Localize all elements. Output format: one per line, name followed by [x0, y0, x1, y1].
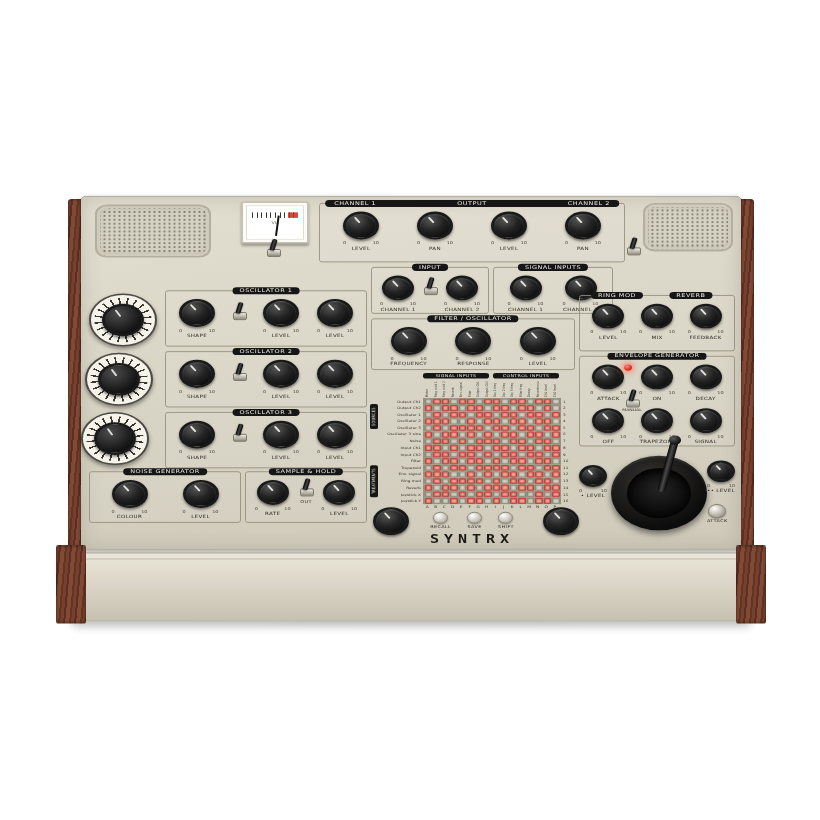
- matrix-cell-A16[interactable]: [425, 498, 433, 504]
- matrix-cell-K12[interactable]: [510, 471, 518, 477]
- matrix-cell-B12[interactable]: [433, 471, 441, 477]
- signal_inputs-channel-1-knob[interactable]: 010CHANNEL 1: [508, 276, 544, 312]
- matrix-cell-K9[interactable]: [510, 451, 518, 457]
- save-button[interactable]: SAVE: [467, 512, 482, 529]
- matrix-cell-C4[interactable]: [442, 418, 450, 424]
- matrix-cell-C5[interactable]: [442, 425, 450, 431]
- matrix-cell-M4[interactable]: [527, 418, 535, 424]
- matrix-cell-I13[interactable]: [493, 478, 501, 484]
- matrix-cell-O8[interactable]: [544, 445, 552, 451]
- matrix-cell-C13[interactable]: [442, 478, 450, 484]
- matrix-cell-J1[interactable]: [501, 398, 509, 404]
- matrix-cell-B3[interactable]: [433, 412, 441, 418]
- matrix-cell-C15[interactable]: [442, 491, 450, 497]
- matrix-cell-D10[interactable]: [450, 458, 458, 464]
- osc1-shape-knob[interactable]: 010SHAPE: [179, 299, 215, 338]
- noise-colour-knob[interactable]: 010COLOUR: [112, 480, 148, 519]
- matrix-cell-A1[interactable]: [425, 398, 433, 404]
- matrix-cell-K3[interactable]: [510, 412, 518, 418]
- matrix-cell-O3[interactable]: [544, 412, 552, 418]
- matrix-cell-O14[interactable]: [544, 485, 552, 491]
- matrix-cell-N6[interactable]: [535, 432, 543, 438]
- matrix-cell-P9[interactable]: [552, 451, 560, 457]
- matrix-cell-F13[interactable]: [467, 478, 475, 484]
- matrix-cell-E7[interactable]: [459, 438, 467, 444]
- matrix-cell-F6[interactable]: [467, 432, 475, 438]
- matrix-cell-L16[interactable]: [518, 498, 526, 504]
- matrix-cell-G7[interactable]: [476, 438, 484, 444]
- reverb-mix-knob[interactable]: 010MIX: [639, 304, 675, 340]
- matrix-cell-I5[interactable]: [493, 425, 501, 431]
- matrix-cell-L6[interactable]: [518, 432, 526, 438]
- matrix-cell-M5[interactable]: [527, 425, 535, 431]
- matrix-cell-N15[interactable]: [535, 491, 543, 497]
- matrix-cell-J13[interactable]: [501, 478, 509, 484]
- matrix-cell-P14[interactable]: [552, 485, 560, 491]
- matrix-cell-E2[interactable]: [459, 405, 467, 411]
- matrix-cell-O4[interactable]: [544, 418, 552, 424]
- matrix-cell-B10[interactable]: [433, 458, 441, 464]
- matrix-cell-I10[interactable]: [493, 458, 501, 464]
- matrix-cell-E12[interactable]: [459, 471, 467, 477]
- matrix-cell-O2[interactable]: [544, 405, 552, 411]
- matrix-cell-E6[interactable]: [459, 432, 467, 438]
- matrix-cell-F4[interactable]: [467, 418, 475, 424]
- matrix-cell-D5[interactable]: [450, 425, 458, 431]
- matrix-cell-C11[interactable]: [442, 465, 450, 471]
- matrix-cell-K8[interactable]: [510, 445, 518, 451]
- matrix-cell-A6[interactable]: [425, 432, 433, 438]
- matrix-cell-A13[interactable]: [425, 478, 433, 484]
- matrix-cell-H1[interactable]: [484, 398, 492, 404]
- osc2-level-knob[interactable]: 010LEVEL: [263, 360, 299, 399]
- output-pan-knob[interactable]: 010PAN: [417, 212, 453, 251]
- matrix-cell-P3[interactable]: [552, 412, 560, 418]
- osc1-level-knob[interactable]: 010LEVEL: [263, 299, 299, 338]
- matrix-cell-D11[interactable]: [450, 465, 458, 471]
- matrix-cell-N2[interactable]: [535, 405, 543, 411]
- matrix-cell-E14[interactable]: [459, 485, 467, 491]
- matrix-cell-L3[interactable]: [518, 412, 526, 418]
- shift-button[interactable]: SHIFT: [498, 512, 514, 529]
- matrix-cell-O11[interactable]: [544, 465, 552, 471]
- envelope-attack-knob[interactable]: 010ATTACK: [590, 364, 626, 400]
- matrix-cell-J4[interactable]: [501, 418, 509, 424]
- matrix-cell-A12[interactable]: [425, 471, 433, 477]
- matrix-cell-E5[interactable]: [459, 425, 467, 431]
- matrix-cell-N7[interactable]: [535, 438, 543, 444]
- matrix-cell-H5[interactable]: [484, 425, 492, 431]
- matrix-cell-K14[interactable]: [510, 485, 518, 491]
- matrix-cell-E16[interactable]: [459, 498, 467, 504]
- matrix-cell-C6[interactable]: [442, 432, 450, 438]
- matrix-cell-A15[interactable]: [425, 491, 433, 497]
- matrix-cell-P7[interactable]: [552, 438, 560, 444]
- matrix-cell-N14[interactable]: [535, 485, 543, 491]
- matrix-cell-B2[interactable]: [433, 405, 441, 411]
- matrix-cell-M9[interactable]: [527, 451, 535, 457]
- matrix-cell-B13[interactable]: [433, 478, 441, 484]
- matrix-cell-P4[interactable]: [552, 418, 560, 424]
- matrix-cell-I1[interactable]: [493, 398, 501, 404]
- input-mode-toggle[interactable]: [424, 280, 436, 296]
- oscillator-1-frequency-dial[interactable]: [89, 294, 157, 347]
- envelope-decay-knob[interactable]: 010DECAY: [688, 364, 724, 400]
- output-level-knob[interactable]: 010LEVEL: [491, 212, 527, 251]
- matrix-cell-J5[interactable]: [501, 425, 509, 431]
- matrix-cell-I3[interactable]: [493, 412, 501, 418]
- matrix-cell-O10[interactable]: [544, 458, 552, 464]
- matrix-cell-F14[interactable]: [467, 485, 475, 491]
- matrix-cell-B6[interactable]: [433, 432, 441, 438]
- matrix-cell-A2[interactable]: [425, 405, 433, 411]
- matrix-cell-D14[interactable]: [450, 485, 458, 491]
- matrix-cell-F12[interactable]: [467, 471, 475, 477]
- matrix-cell-P16[interactable]: [552, 498, 560, 504]
- matrix-cell-M10[interactable]: [527, 458, 535, 464]
- osc1-level-knob[interactable]: 010LEVEL: [317, 299, 353, 338]
- matrix-cell-B11[interactable]: [433, 465, 441, 471]
- matrix-cell-M15[interactable]: [527, 491, 535, 497]
- matrix-cell-H4[interactable]: [484, 418, 492, 424]
- matrix-cell-E3[interactable]: [459, 412, 467, 418]
- matrix-cell-N9[interactable]: [535, 451, 543, 457]
- matrix-cell-D9[interactable]: [450, 451, 458, 457]
- joystick[interactable]: [611, 456, 707, 531]
- envelope-off-knob[interactable]: 010OFF: [590, 408, 626, 444]
- meter-toggle[interactable]: [267, 242, 279, 258]
- matrix-cell-G14[interactable]: [476, 485, 484, 491]
- matrix-cell-J7[interactable]: [501, 438, 509, 444]
- matrix-cell-D16[interactable]: [450, 498, 458, 504]
- matrix-cell-M6[interactable]: [527, 432, 535, 438]
- matrix-cell-K5[interactable]: [510, 425, 518, 431]
- sample-hold-toggle[interactable]: [300, 481, 312, 497]
- matrix-cell-P10[interactable]: [552, 458, 560, 464]
- matrix-cell-O9[interactable]: [544, 451, 552, 457]
- matrix-cell-E15[interactable]: [459, 491, 467, 497]
- matrix-cell-E4[interactable]: [459, 418, 467, 424]
- sample_hold-level-knob[interactable]: 010LEVEL: [321, 480, 357, 516]
- matrix-cell-E11[interactable]: [459, 465, 467, 471]
- matrix-cell-J8[interactable]: [501, 445, 509, 451]
- matrix-cell-O1[interactable]: [544, 398, 552, 404]
- matrix-cell-P11[interactable]: [552, 465, 560, 471]
- matrix-cell-H8[interactable]: [484, 445, 492, 451]
- envelope-signal-knob[interactable]: 010SIGNAL: [688, 408, 724, 444]
- oscillator-3-frequency-dial[interactable]: [81, 412, 149, 465]
- matrix-cell-F16[interactable]: [467, 498, 475, 504]
- matrix-cell-G6[interactable]: [476, 432, 484, 438]
- matrix-cell-J16[interactable]: [501, 498, 509, 504]
- matrix-cell-D2[interactable]: [450, 405, 458, 411]
- matrix-cell-N11[interactable]: [535, 465, 543, 471]
- input-channel-1-knob[interactable]: 010CHANNEL 1: [380, 276, 416, 312]
- noise-level-knob[interactable]: 010LEVEL: [183, 480, 219, 519]
- matrix-cell-N12[interactable]: [535, 471, 543, 477]
- matrix-cell-C14[interactable]: [442, 485, 450, 491]
- matrix-cell-F5[interactable]: [467, 425, 475, 431]
- matrix-cell-C1[interactable]: [442, 398, 450, 404]
- matrix-cell-D3[interactable]: [450, 412, 458, 418]
- matrix-cell-C2[interactable]: [442, 405, 450, 411]
- matrix-cell-D1[interactable]: [450, 398, 458, 404]
- matrix-cell-B4[interactable]: [433, 418, 441, 424]
- matrix-cell-I6[interactable]: [493, 432, 501, 438]
- matrix-cell-J11[interactable]: [501, 465, 509, 471]
- matrix-cell-J9[interactable]: [501, 451, 509, 457]
- matrix-cell-F9[interactable]: [467, 451, 475, 457]
- matrix-cell-I8[interactable]: [493, 445, 501, 451]
- matrix-cell-O15[interactable]: [544, 491, 552, 497]
- matrix-cell-H10[interactable]: [484, 458, 492, 464]
- attack-button[interactable]: ATTACK: [707, 504, 728, 523]
- matrix-cell-H6[interactable]: [484, 432, 492, 438]
- matrix-cell-J10[interactable]: [501, 458, 509, 464]
- matrix-cell-B8[interactable]: [433, 445, 441, 451]
- matrix-cell-M3[interactable]: [527, 412, 535, 418]
- matrix-cell-A10[interactable]: [425, 458, 433, 464]
- matrix-cell-G9[interactable]: [476, 451, 484, 457]
- matrix-cell-D6[interactable]: [450, 432, 458, 438]
- matrix-cell-I11[interactable]: [493, 465, 501, 471]
- matrix-cell-N5[interactable]: [535, 425, 543, 431]
- matrix-cell-L11[interactable]: [518, 465, 526, 471]
- matrix-cell-O5[interactable]: [544, 425, 552, 431]
- matrix-cell-H15[interactable]: [484, 491, 492, 497]
- matrix-cell-G10[interactable]: [476, 458, 484, 464]
- matrix-cell-I15[interactable]: [493, 491, 501, 497]
- matrix-cell-C7[interactable]: [442, 438, 450, 444]
- joystick-level-knob[interactable]: 010•• LEVEL: [707, 460, 735, 493]
- matrix-cell-O7[interactable]: [544, 438, 552, 444]
- matrix-cell-P2[interactable]: [552, 405, 560, 411]
- filter-level-knob[interactable]: 010LEVEL: [520, 327, 556, 366]
- matrix-cell-N4[interactable]: [535, 418, 543, 424]
- matrix-cell-L12[interactable]: [518, 471, 526, 477]
- ring_mod-level-knob[interactable]: 010LEVEL: [590, 304, 626, 340]
- envelope-on-knob[interactable]: 010ON: [639, 364, 675, 400]
- matrix-cell-G12[interactable]: [476, 471, 484, 477]
- matrix-cell-N8[interactable]: [535, 445, 543, 451]
- matrix-cell-G1[interactable]: [476, 398, 484, 404]
- matrix-cell-H2[interactable]: [484, 405, 492, 411]
- matrix-cell-L7[interactable]: [518, 438, 526, 444]
- matrix-cell-H3[interactable]: [484, 412, 492, 418]
- filter-frequency-knob[interactable]: 010FREQUENCY: [390, 327, 427, 366]
- matrix-cell-J6[interactable]: [501, 432, 509, 438]
- matrix-cell-O6[interactable]: [544, 432, 552, 438]
- matrix-cell-L2[interactable]: [518, 405, 526, 411]
- matrix-cell-G3[interactable]: [476, 412, 484, 418]
- matrix-cell-P12[interactable]: [552, 471, 560, 477]
- matrix-cell-F7[interactable]: [467, 438, 475, 444]
- matrix-cell-A7[interactable]: [425, 438, 433, 444]
- matrix-cell-J2[interactable]: [501, 405, 509, 411]
- matrix-cell-N10[interactable]: [535, 458, 543, 464]
- matrix-cell-P13[interactable]: [552, 478, 560, 484]
- filter-response-knob[interactable]: 010RESPONSE: [455, 327, 491, 366]
- matrix-cell-H7[interactable]: [484, 438, 492, 444]
- matrix-cell-F3[interactable]: [467, 412, 475, 418]
- matrix-cell-K7[interactable]: [510, 438, 518, 444]
- matrix-cell-P5[interactable]: [552, 425, 560, 431]
- matrix-cell-D7[interactable]: [450, 438, 458, 444]
- osc3-level-knob[interactable]: 010LEVEL: [263, 421, 299, 460]
- matrix-cell-L4[interactable]: [518, 418, 526, 424]
- matrix-cell-N16[interactable]: [535, 498, 543, 504]
- matrix-cell-I4[interactable]: [493, 418, 501, 424]
- matrix-cell-B7[interactable]: [433, 438, 441, 444]
- matrix-cell-D8[interactable]: [450, 445, 458, 451]
- matrix-cell-K15[interactable]: [510, 491, 518, 497]
- matrix-cell-F10[interactable]: [467, 458, 475, 464]
- osc3-level-knob[interactable]: 010LEVEL: [317, 421, 353, 460]
- matrix-cell-M14[interactable]: [527, 485, 535, 491]
- matrix-cell-B9[interactable]: [433, 451, 441, 457]
- matrix-cell-M13[interactable]: [527, 478, 535, 484]
- matrix-cell-M12[interactable]: [527, 471, 535, 477]
- matrix-cell-D13[interactable]: [450, 478, 458, 484]
- matrix-cell-M2[interactable]: [527, 405, 535, 411]
- matrix-cell-H16[interactable]: [484, 498, 492, 504]
- matrix-cell-C8[interactable]: [442, 445, 450, 451]
- matrix-cell-M16[interactable]: [527, 498, 535, 504]
- matrix-cell-K10[interactable]: [510, 458, 518, 464]
- sample_hold-rate-knob[interactable]: 010RATE: [255, 480, 291, 516]
- matrix-cell-O12[interactable]: [544, 471, 552, 477]
- matrix-cell-I7[interactable]: [493, 438, 501, 444]
- matrix-cell-M7[interactable]: [527, 438, 535, 444]
- matrix-cell-C3[interactable]: [442, 412, 450, 418]
- matrix-cell-G11[interactable]: [476, 465, 484, 471]
- matrix-cell-E8[interactable]: [459, 445, 467, 451]
- matrix-cell-G8[interactable]: [476, 445, 484, 451]
- matrix-cell-E13[interactable]: [459, 478, 467, 484]
- matrix-cell-L15[interactable]: [518, 491, 526, 497]
- matrix-cell-K6[interactable]: [510, 432, 518, 438]
- matrix-cell-I16[interactable]: [493, 498, 501, 504]
- matrix-cell-L13[interactable]: [518, 478, 526, 484]
- matrix-cell-M1[interactable]: [527, 398, 535, 404]
- matrix-cell-L1[interactable]: [518, 398, 526, 404]
- matrix-cell-L8[interactable]: [518, 445, 526, 451]
- matrix-cell-M11[interactable]: [527, 465, 535, 471]
- matrix-cell-G13[interactable]: [476, 478, 484, 484]
- matrix-cell-C9[interactable]: [442, 451, 450, 457]
- matrix-cell-P15[interactable]: [552, 491, 560, 497]
- matrix-cell-B16[interactable]: [433, 498, 441, 504]
- matrix-cell-K16[interactable]: [510, 498, 518, 504]
- matrix-cell-M8[interactable]: [527, 445, 535, 451]
- oscillator-1-range-toggle[interactable]: [233, 305, 245, 321]
- matrix-cell-O13[interactable]: [544, 478, 552, 484]
- matrix-cell-H13[interactable]: [484, 478, 492, 484]
- oscillator-2-frequency-dial[interactable]: [85, 353, 153, 406]
- power-toggle[interactable]: [627, 240, 639, 256]
- matrix-cell-D12[interactable]: [450, 471, 458, 477]
- matrix-cell-E1[interactable]: [459, 398, 467, 404]
- matrix-cell-E9[interactable]: [459, 451, 467, 457]
- matrix-cell-C16[interactable]: [442, 498, 450, 504]
- matrix-cell-G5[interactable]: [476, 425, 484, 431]
- matrix-cell-K13[interactable]: [510, 478, 518, 484]
- osc2-shape-knob[interactable]: 010SHAPE: [179, 360, 215, 399]
- matrix-cell-F2[interactable]: [467, 405, 475, 411]
- matrix-cell-E10[interactable]: [459, 458, 467, 464]
- matrix-cell-H12[interactable]: [484, 471, 492, 477]
- recall-button[interactable]: RECALL: [430, 512, 451, 529]
- matrix-cell-B5[interactable]: [433, 425, 441, 431]
- matrix-cell-F11[interactable]: [467, 465, 475, 471]
- output-level-knob[interactable]: 010LEVEL: [343, 212, 379, 251]
- matrix-cell-A3[interactable]: [425, 412, 433, 418]
- joystick-level-knob[interactable]: 010• LEVEL: [579, 465, 607, 498]
- matrix-cell-K2[interactable]: [510, 405, 518, 411]
- matrix-cell-D4[interactable]: [450, 418, 458, 424]
- matrix-cell-O16[interactable]: [544, 498, 552, 504]
- matrix-cell-N3[interactable]: [535, 412, 543, 418]
- matrix-cell-C10[interactable]: [442, 458, 450, 464]
- matrix-cell-G2[interactable]: [476, 405, 484, 411]
- matrix-cell-G16[interactable]: [476, 498, 484, 504]
- oscillator-2-range-toggle[interactable]: [233, 366, 245, 382]
- matrix-cell-K4[interactable]: [510, 418, 518, 424]
- matrix-cell-A11[interactable]: [425, 465, 433, 471]
- matrix-cell-P8[interactable]: [552, 445, 560, 451]
- matrix-cell-K1[interactable]: [510, 398, 518, 404]
- matrix-cell-J12[interactable]: [501, 471, 509, 477]
- matrix-cell-I12[interactable]: [493, 471, 501, 477]
- matrix-cell-B14[interactable]: [433, 485, 441, 491]
- matrix-cell-N13[interactable]: [535, 478, 543, 484]
- matrix-cell-P1[interactable]: [552, 398, 560, 404]
- output-pan-knob[interactable]: 010PAN: [565, 212, 601, 251]
- matrix-cell-N1[interactable]: [535, 398, 543, 404]
- matrix-cell-L9[interactable]: [518, 451, 526, 457]
- matrix-cell-P6[interactable]: [552, 432, 560, 438]
- matrix-cell-A9[interactable]: [425, 451, 433, 457]
- matrix-cell-A4[interactable]: [425, 418, 433, 424]
- matrix-cell-D15[interactable]: [450, 491, 458, 497]
- matrix-cell-F1[interactable]: [467, 398, 475, 404]
- matrix-cell-L10[interactable]: [518, 458, 526, 464]
- matrix-cell-C12[interactable]: [442, 471, 450, 477]
- matrix-cell-L5[interactable]: [518, 425, 526, 431]
- matrix-cell-I2[interactable]: [493, 405, 501, 411]
- reverb-feedback-knob[interactable]: 010FEEDBACK: [688, 304, 724, 340]
- matrix-cell-G15[interactable]: [476, 491, 484, 497]
- matrix-cell-J14[interactable]: [501, 485, 509, 491]
- matrix-cell-F15[interactable]: [467, 491, 475, 497]
- matrix-cell-J15[interactable]: [501, 491, 509, 497]
- matrix-cell-K11[interactable]: [510, 465, 518, 471]
- matrix-cell-H11[interactable]: [484, 465, 492, 471]
- matrix-cell-I14[interactable]: [493, 485, 501, 491]
- matrix-cell-B15[interactable]: [433, 491, 441, 497]
- matrix-cell-H9[interactable]: [484, 451, 492, 457]
- osc3-shape-knob[interactable]: 010SHAPE: [179, 421, 215, 460]
- oscillator-3-range-toggle[interactable]: [233, 427, 245, 443]
- matrix-cell-L14[interactable]: [518, 485, 526, 491]
- osc2-level-knob[interactable]: 010LEVEL: [317, 360, 353, 399]
- matrix-cell-I9[interactable]: [493, 451, 501, 457]
- matrix-cell-A8[interactable]: [425, 445, 433, 451]
- matrix-cell-A5[interactable]: [425, 425, 433, 431]
- matrix-cell-A14[interactable]: [425, 485, 433, 491]
- matrix-cell-G4[interactable]: [476, 418, 484, 424]
- matrix-cell-J3[interactable]: [501, 412, 509, 418]
